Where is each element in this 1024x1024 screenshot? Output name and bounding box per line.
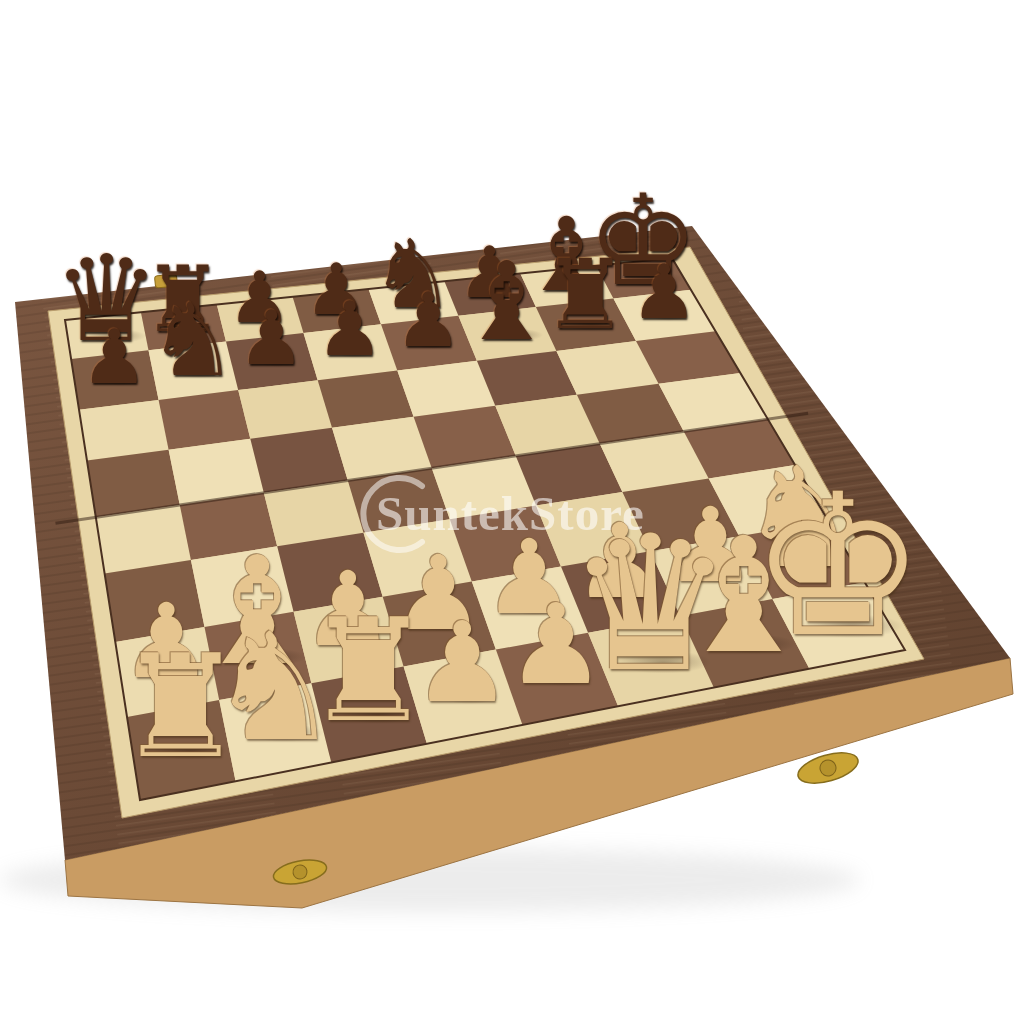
square-d7: [304, 324, 398, 380]
board-root: [0, 226, 1013, 912]
brass-hinge-icon: [154, 274, 177, 288]
square-b7: [149, 342, 239, 400]
board-svg: SuntekStore: [0, 0, 1024, 1024]
square-a7: [71, 350, 159, 410]
square-c7: [226, 333, 318, 390]
watermark: SuntekStore: [363, 478, 644, 550]
chess-set-photo: SuntekStore ♛♜♟♟♞♟♝♚♟♞♟♟♟♝♜♟♟♝♟♟♟♟♟♞♜♞♜♟…: [0, 0, 1024, 1024]
watermark-text: SuntekStore: [376, 486, 645, 541]
